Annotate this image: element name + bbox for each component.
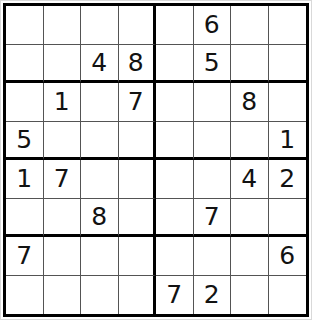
cell-r1c1[interactable] [6, 6, 44, 45]
cell-r7c8[interactable]: 6 [269, 237, 307, 276]
cell-r8c4[interactable] [119, 276, 157, 315]
cell-r5c7[interactable]: 4 [231, 160, 269, 199]
cell-r4c6[interactable] [194, 122, 232, 161]
cell-r6c8[interactable] [269, 199, 307, 238]
cell-r2c6[interactable]: 5 [194, 45, 232, 84]
cell-r6c7[interactable] [231, 199, 269, 238]
cell-r3c2[interactable]: 1 [44, 83, 82, 122]
cell-r6c6[interactable]: 7 [194, 199, 232, 238]
cell-r6c5[interactable] [156, 199, 194, 238]
cell-r1c2[interactable] [44, 6, 82, 45]
cell-r1c5[interactable] [156, 6, 194, 45]
cell-r3c3[interactable] [81, 83, 119, 122]
cell-r5c6[interactable] [194, 160, 232, 199]
cell-r1c8[interactable] [269, 6, 307, 45]
cell-r2c2[interactable] [44, 45, 82, 84]
cell-r3c1[interactable] [6, 83, 44, 122]
cell-r1c3[interactable] [81, 6, 119, 45]
cell-r5c5[interactable] [156, 160, 194, 199]
cell-r6c2[interactable] [44, 199, 82, 238]
cell-r5c3[interactable] [81, 160, 119, 199]
cell-r2c4[interactable]: 8 [119, 45, 157, 84]
cell-r8c7[interactable] [231, 276, 269, 315]
cell-r3c7[interactable]: 8 [231, 83, 269, 122]
cell-r7c2[interactable] [44, 237, 82, 276]
cell-r2c5[interactable] [156, 45, 194, 84]
cell-r7c5[interactable] [156, 237, 194, 276]
cell-r7c1[interactable]: 7 [6, 237, 44, 276]
cell-r8c2[interactable] [44, 276, 82, 315]
cell-r2c1[interactable] [6, 45, 44, 84]
cell-r7c7[interactable] [231, 237, 269, 276]
cell-r8c1[interactable] [6, 276, 44, 315]
cell-r8c6[interactable]: 2 [194, 276, 232, 315]
cell-r5c8[interactable]: 2 [269, 160, 307, 199]
cell-r1c7[interactable] [231, 6, 269, 45]
cell-r6c4[interactable] [119, 199, 157, 238]
cell-r3c4[interactable]: 7 [119, 83, 157, 122]
cell-r7c6[interactable] [194, 237, 232, 276]
cell-r4c2[interactable] [44, 122, 82, 161]
cell-r7c3[interactable] [81, 237, 119, 276]
cell-r2c8[interactable] [269, 45, 307, 84]
cell-r5c2[interactable]: 7 [44, 160, 82, 199]
cell-r3c8[interactable] [269, 83, 307, 122]
cell-r3c5[interactable] [156, 83, 194, 122]
cell-r1c4[interactable] [119, 6, 157, 45]
cell-r2c3[interactable]: 4 [81, 45, 119, 84]
cell-r7c4[interactable] [119, 237, 157, 276]
cell-r4c3[interactable] [81, 122, 119, 161]
cell-r5c1[interactable]: 1 [6, 160, 44, 199]
sudoku-page: { "game": "sudoku", "variant": "8x8 grid… [0, 0, 312, 320]
cell-r4c4[interactable] [119, 122, 157, 161]
cell-r4c5[interactable] [156, 122, 194, 161]
cell-r6c3[interactable]: 8 [81, 199, 119, 238]
cell-r2c7[interactable] [231, 45, 269, 84]
sudoku-board: 6485178511742877672 [3, 3, 309, 317]
cell-r1c6[interactable]: 6 [194, 6, 232, 45]
cell-r8c8[interactable] [269, 276, 307, 315]
cell-r4c8[interactable]: 1 [269, 122, 307, 161]
cell-r5c4[interactable] [119, 160, 157, 199]
cell-r8c3[interactable] [81, 276, 119, 315]
cell-r3c6[interactable] [194, 83, 232, 122]
cell-r6c1[interactable] [6, 199, 44, 238]
cell-r4c1[interactable]: 5 [6, 122, 44, 161]
cell-r4c7[interactable] [231, 122, 269, 161]
cell-r8c5[interactable]: 7 [156, 276, 194, 315]
